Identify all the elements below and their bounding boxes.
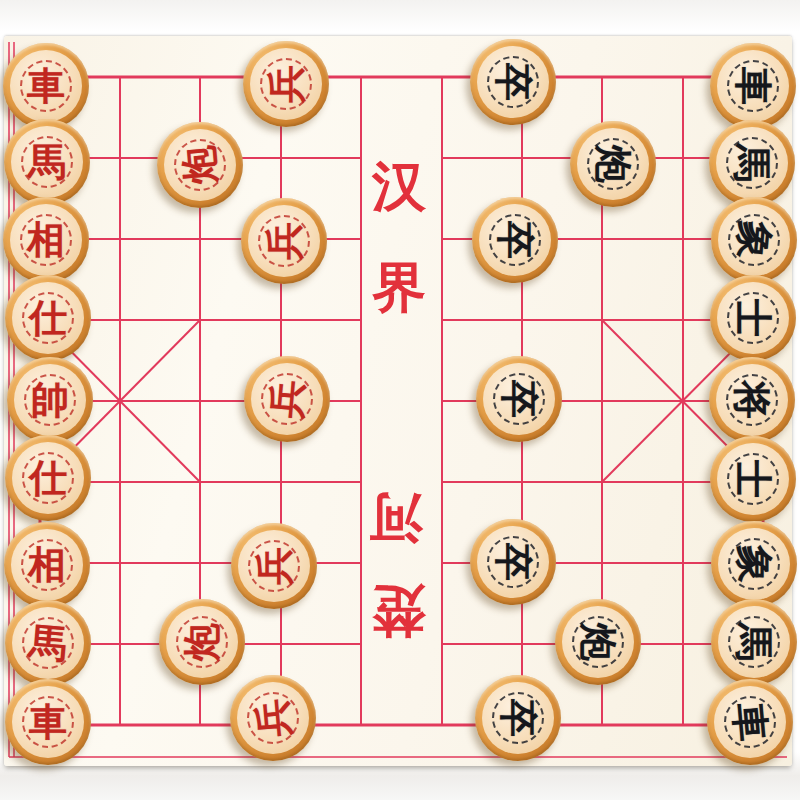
piece-character: 士 <box>734 299 772 337</box>
piece-character: 炮 <box>179 144 220 185</box>
river-label: 界 <box>372 260 426 314</box>
piece-character: 車 <box>734 67 772 105</box>
piece-character: 仕 <box>29 299 67 337</box>
xiangqi-board-mat <box>4 36 792 766</box>
piece-character: 将 <box>733 381 771 419</box>
piece-character: 馬 <box>733 144 771 182</box>
piece-red-advisor[interactable]: 仕 <box>5 275 91 361</box>
piece-black-elephant[interactable]: 象 <box>711 521 797 607</box>
piece-black-advisor[interactable]: 士 <box>710 275 796 361</box>
piece-character: 兵 <box>255 547 293 585</box>
piece-character: 相 <box>27 221 65 259</box>
piece-character: 兵 <box>265 222 303 260</box>
piece-face: 将 <box>716 364 788 436</box>
piece-face: 仕 <box>12 442 84 514</box>
piece-red-cannon[interactable]: 炮 <box>157 122 243 208</box>
piece-face: 車 <box>10 50 82 122</box>
river-label: 汉 <box>372 159 426 213</box>
piece-black-elephant[interactable]: 象 <box>711 197 797 283</box>
piece-black-chariot[interactable]: 車 <box>710 43 796 129</box>
piece-character: 卒 <box>494 63 532 101</box>
piece-character: 相 <box>28 546 66 584</box>
piece-face: 車 <box>714 686 786 758</box>
piece-character: 卒 <box>494 543 532 581</box>
piece-red-soldier[interactable]: 兵 <box>244 356 330 442</box>
piece-red-chariot[interactable]: 車 <box>3 43 89 129</box>
piece-face: 馬 <box>12 607 84 679</box>
piece-character: 炮 <box>183 623 221 661</box>
piece-face: 兵 <box>238 530 310 602</box>
piece-red-soldier[interactable]: 兵 <box>231 523 317 609</box>
piece-black-soldier[interactable]: 卒 <box>472 197 558 283</box>
piece-face: 兵 <box>250 48 322 120</box>
river-label: 楚 <box>372 585 426 639</box>
piece-character: 士 <box>734 460 772 498</box>
piece-face: 卒 <box>479 204 551 276</box>
piece-red-general[interactable]: 帥 <box>7 357 93 443</box>
piece-character: 炮 <box>579 623 617 661</box>
piece-face: 象 <box>718 204 790 276</box>
piece-black-soldier[interactable]: 卒 <box>475 675 561 761</box>
piece-face: 卒 <box>477 526 549 598</box>
piece-face: 馬 <box>11 126 83 198</box>
piece-black-horse[interactable]: 馬 <box>711 599 797 685</box>
piece-character: 車 <box>29 703 67 741</box>
piece-black-general[interactable]: 将 <box>709 357 795 443</box>
piece-face: 卒 <box>482 682 554 754</box>
piece-face: 士 <box>717 443 789 515</box>
piece-red-advisor[interactable]: 仕 <box>5 435 91 521</box>
piece-character: 象 <box>735 545 773 583</box>
piece-character: 卒 <box>500 380 538 418</box>
piece-black-horse[interactable]: 馬 <box>709 120 795 206</box>
piece-face: 相 <box>11 529 83 601</box>
piece-face: 炮 <box>577 128 649 200</box>
piece-character: 帥 <box>31 381 69 419</box>
piece-face: 兵 <box>251 363 323 435</box>
piece-face: 象 <box>718 528 790 600</box>
piece-red-soldier[interactable]: 兵 <box>230 675 316 761</box>
piece-character: 兵 <box>267 65 305 103</box>
piece-black-soldier[interactable]: 卒 <box>470 39 556 125</box>
piece-face: 車 <box>12 686 84 758</box>
piece-character: 卒 <box>496 221 534 259</box>
piece-red-elephant[interactable]: 相 <box>3 197 89 283</box>
piece-face: 士 <box>717 282 789 354</box>
piece-character: 馬 <box>27 622 68 663</box>
piece-red-chariot[interactable]: 車 <box>5 679 91 765</box>
piece-black-advisor[interactable]: 士 <box>710 436 796 522</box>
piece-black-soldier[interactable]: 卒 <box>470 519 556 605</box>
piece-face: 卒 <box>477 46 549 118</box>
piece-red-horse[interactable]: 馬 <box>4 119 90 205</box>
piece-face: 炮 <box>164 129 236 201</box>
piece-black-cannon[interactable]: 炮 <box>570 121 656 207</box>
piece-character: 兵 <box>266 378 307 419</box>
piece-character: 車 <box>729 701 770 742</box>
piece-black-soldier[interactable]: 卒 <box>476 356 562 442</box>
piece-face: 帥 <box>14 364 86 436</box>
piece-face: 相 <box>10 204 82 276</box>
piece-face: 兵 <box>237 682 309 754</box>
piece-red-elephant[interactable]: 相 <box>4 522 90 608</box>
piece-face: 卒 <box>483 363 555 435</box>
piece-face: 仕 <box>12 282 84 354</box>
piece-character: 象 <box>733 219 774 260</box>
piece-face: 馬 <box>716 127 788 199</box>
piece-face: 兵 <box>248 205 320 277</box>
piece-character: 炮 <box>594 145 632 183</box>
piece-red-soldier[interactable]: 兵 <box>241 198 327 284</box>
piece-face: 炮 <box>166 606 238 678</box>
piece-red-horse[interactable]: 馬 <box>5 600 91 686</box>
piece-character: 車 <box>27 67 65 105</box>
piece-black-chariot[interactable]: 車 <box>707 679 793 765</box>
piece-face: 炮 <box>562 606 634 678</box>
piece-face: 馬 <box>718 606 790 678</box>
piece-character: 馬 <box>735 623 773 661</box>
photo-backdrop: 汉界河楚 車馬相仕帥仕相馬車炮炮兵兵兵兵兵車馬象士将士象馬車炮炮卒卒卒卒卒 <box>0 0 800 800</box>
river-label: 河 <box>369 492 423 546</box>
piece-character: 仕 <box>29 459 67 497</box>
piece-character: 兵 <box>252 697 293 738</box>
piece-black-cannon[interactable]: 炮 <box>555 599 641 685</box>
piece-character: 卒 <box>499 699 537 737</box>
piece-face: 車 <box>717 50 789 122</box>
piece-red-cannon[interactable]: 炮 <box>159 599 245 685</box>
piece-character: 馬 <box>28 143 66 181</box>
piece-red-soldier[interactable]: 兵 <box>243 41 329 127</box>
